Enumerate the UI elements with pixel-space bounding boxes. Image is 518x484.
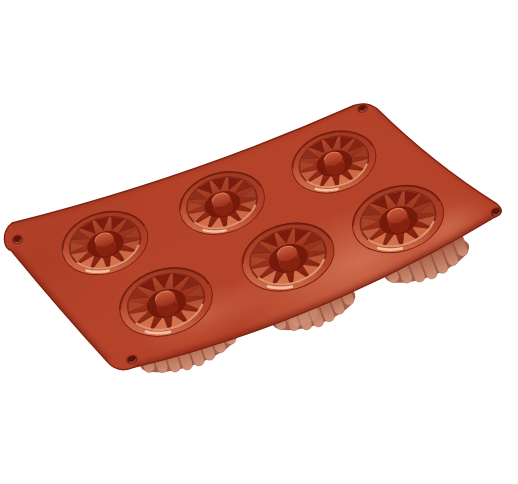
bundt-mould-scene bbox=[0, 0, 518, 484]
product-photo bbox=[0, 0, 518, 484]
